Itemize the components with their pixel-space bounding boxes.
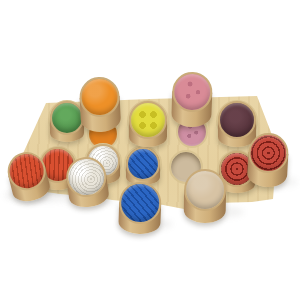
piece-yellow-dots-seated[interactable] [129, 101, 167, 147]
piece-white-fleece-front[interactable] [64, 154, 111, 209]
product-photo-sensory-matching-board [0, 0, 300, 300]
piece-top-yellow-dots-seated [129, 101, 167, 139]
piece-top-green-seated [50, 101, 84, 135]
piece-top-blue-corduroy-seated [126, 147, 160, 181]
piece-red-rings-raised[interactable] [247, 132, 290, 188]
piece-pink-dots-raised[interactable] [171, 71, 213, 127]
piece-orange-raised[interactable] [79, 76, 122, 133]
piece-blue-corduroy-seated[interactable] [126, 147, 160, 185]
piece-beige-smooth-front[interactable] [184, 169, 227, 224]
piece-green-seated[interactable] [50, 101, 84, 142]
piece-blue-corduroy-front[interactable] [118, 181, 162, 234]
